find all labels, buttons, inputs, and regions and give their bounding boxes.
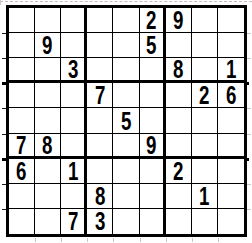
cell-r7c7[interactable]: 2 xyxy=(166,159,192,184)
cell-r2c9[interactable] xyxy=(218,33,244,58)
col-gridline-tick-bottom xyxy=(166,238,167,242)
cell-r1c5[interactable] xyxy=(113,8,139,33)
cell-r4c8[interactable]: 2 xyxy=(192,83,218,108)
given-digit: 8 xyxy=(42,134,52,158)
cell-r7c5[interactable] xyxy=(113,159,139,184)
cell-r2c1[interactable] xyxy=(9,33,35,58)
cell-r6c1[interactable]: 7 xyxy=(9,134,35,159)
cell-r6c8[interactable] xyxy=(192,134,218,159)
given-digit: 6 xyxy=(16,159,26,184)
cell-r2c7[interactable] xyxy=(166,33,192,58)
cell-r9c2[interactable] xyxy=(35,209,61,234)
cell-r2c6[interactable]: 5 xyxy=(140,33,166,58)
given-digit: 2 xyxy=(199,83,209,108)
cell-r5c4[interactable] xyxy=(87,108,113,133)
row-gridline-tick-right xyxy=(247,134,251,135)
cell-r2c3[interactable] xyxy=(61,33,87,58)
cell-r5c3[interactable] xyxy=(61,108,87,133)
given-digit: 5 xyxy=(121,108,131,133)
cell-r5c9[interactable] xyxy=(218,108,244,133)
cell-r5c5[interactable]: 5 xyxy=(113,108,139,133)
cell-r9c4[interactable]: 3 xyxy=(87,209,113,234)
cell-r8c6[interactable] xyxy=(140,184,166,209)
given-digit: 3 xyxy=(95,209,105,234)
cell-r4c6[interactable] xyxy=(140,83,166,108)
cell-r4c5[interactable] xyxy=(113,83,139,108)
cell-r8c5[interactable] xyxy=(113,184,139,209)
cell-r2c4[interactable] xyxy=(87,33,113,58)
cell-r7c9[interactable] xyxy=(218,159,244,184)
row-gridline-tick-right xyxy=(247,184,251,185)
cell-r1c3[interactable] xyxy=(61,8,87,33)
given-digit: 5 xyxy=(146,33,156,58)
cell-r5c8[interactable] xyxy=(192,108,218,133)
cell-r3c8[interactable] xyxy=(192,58,218,83)
given-digit: 1 xyxy=(199,184,209,209)
cell-r4c2[interactable] xyxy=(35,83,61,108)
row-gridline-tick-left xyxy=(2,209,6,210)
col-gridline-tick-bottom xyxy=(140,238,141,242)
sudoku-board: 299538172657896128173 xyxy=(6,5,247,237)
given-digit: 1 xyxy=(68,159,78,184)
given-digit: 6 xyxy=(226,83,236,108)
given-digit: 2 xyxy=(173,159,183,184)
row-gridline-tick-right xyxy=(247,158,249,161)
row-gridline-tick-left xyxy=(2,82,6,85)
corner-gridline-tick xyxy=(0,0,1,5)
cell-r1c4[interactable] xyxy=(87,8,113,33)
cell-r1c2[interactable] xyxy=(35,8,61,33)
row-gridline-tick-right xyxy=(247,108,251,109)
sudoku-page: 299538172657896128173 xyxy=(0,0,252,243)
cell-r6c6[interactable]: 9 xyxy=(140,134,166,159)
col-gridline-tick-bottom xyxy=(61,238,62,242)
cell-r5c6[interactable] xyxy=(140,108,166,133)
col-gridline-tick-bottom xyxy=(218,238,219,242)
cell-r9c6[interactable] xyxy=(140,209,166,234)
cell-r7c2[interactable] xyxy=(35,159,61,184)
cell-r9c5[interactable] xyxy=(113,209,139,234)
top-dashed-gridline xyxy=(0,1,252,2)
col-gridline-tick-bottom xyxy=(87,238,88,242)
col-gridline-tick-bottom xyxy=(113,238,114,242)
row-gridline-tick-right xyxy=(247,82,249,85)
cell-r8c3[interactable] xyxy=(61,184,87,209)
cell-r4c7[interactable] xyxy=(166,83,192,108)
cell-r6c3[interactable] xyxy=(61,134,87,159)
cell-r9c9[interactable] xyxy=(218,209,244,234)
cell-r4c3[interactable] xyxy=(61,83,87,108)
row-gridline-tick-right xyxy=(247,58,251,59)
cell-r7c3[interactable]: 1 xyxy=(61,159,87,184)
cell-r5c1[interactable] xyxy=(9,108,35,133)
cell-r8c1[interactable] xyxy=(9,184,35,209)
cell-r3c4[interactable] xyxy=(87,58,113,83)
cell-r9c1[interactable] xyxy=(9,209,35,234)
cell-r3c6[interactable] xyxy=(140,58,166,83)
cell-r8c8[interactable]: 1 xyxy=(192,184,218,209)
row-gridline-tick-left xyxy=(2,108,6,109)
given-digit: 8 xyxy=(173,58,183,82)
row-gridline-tick-left xyxy=(2,33,6,34)
given-digit: 1 xyxy=(226,58,236,82)
cell-r8c4[interactable]: 8 xyxy=(87,184,113,209)
cell-r6c5[interactable] xyxy=(113,134,139,159)
cell-r6c2[interactable]: 8 xyxy=(35,134,61,159)
row-gridline-tick-left xyxy=(2,158,6,161)
cell-r4c4[interactable]: 7 xyxy=(87,83,113,108)
given-digit: 7 xyxy=(16,134,26,158)
cell-r6c9[interactable] xyxy=(218,134,244,159)
given-digit: 9 xyxy=(173,8,183,33)
cell-r1c1[interactable] xyxy=(9,8,35,33)
cell-r3c7[interactable]: 8 xyxy=(166,58,192,83)
cell-r5c2[interactable] xyxy=(35,108,61,133)
cell-r6c4[interactable] xyxy=(87,134,113,159)
col-gridline-tick-bottom xyxy=(192,238,193,242)
cell-r3c3[interactable]: 3 xyxy=(61,58,87,83)
cell-r9c8[interactable] xyxy=(192,209,218,234)
col-gridline-tick-bottom xyxy=(35,238,36,242)
cell-r3c1[interactable] xyxy=(9,58,35,83)
row-gridline-tick-right xyxy=(247,209,251,210)
cell-r6c7[interactable] xyxy=(166,134,192,159)
cell-r2c8[interactable] xyxy=(192,33,218,58)
given-digit: 9 xyxy=(146,134,156,158)
cell-r4c1[interactable] xyxy=(9,83,35,108)
cell-r7c1[interactable]: 6 xyxy=(9,159,35,184)
row-gridline-tick-left xyxy=(2,134,6,135)
given-digit: 3 xyxy=(68,58,78,82)
cell-r4c9[interactable]: 6 xyxy=(218,83,244,108)
cell-r9c3[interactable]: 7 xyxy=(61,209,87,234)
cell-r7c4[interactable] xyxy=(87,159,113,184)
cell-r9c7[interactable] xyxy=(166,209,192,234)
cell-r8c2[interactable] xyxy=(35,184,61,209)
cell-r2c2[interactable]: 9 xyxy=(35,33,61,58)
row-gridline-tick-right xyxy=(247,33,251,34)
given-digit: 7 xyxy=(95,83,105,108)
cell-r5c7[interactable] xyxy=(166,108,192,133)
cell-r8c9[interactable] xyxy=(218,184,244,209)
cell-r1c9[interactable] xyxy=(218,8,244,33)
cell-r3c2[interactable] xyxy=(35,58,61,83)
cell-r1c8[interactable] xyxy=(192,8,218,33)
row-gridline-tick-left xyxy=(2,184,6,185)
cell-r1c7[interactable]: 9 xyxy=(166,8,192,33)
cell-r2c5[interactable] xyxy=(113,33,139,58)
given-digit: 8 xyxy=(95,184,105,209)
cell-r7c6[interactable] xyxy=(140,159,166,184)
given-digit: 9 xyxy=(42,33,52,58)
cell-r7c8[interactable] xyxy=(192,159,218,184)
cell-r3c5[interactable] xyxy=(113,58,139,83)
cell-r8c7[interactable] xyxy=(166,184,192,209)
given-digit: 7 xyxy=(68,209,78,234)
cell-r3c9[interactable]: 1 xyxy=(218,58,244,83)
row-gridline-tick-left xyxy=(2,58,6,59)
given-digit: 2 xyxy=(146,8,156,33)
cell-r1c6[interactable]: 2 xyxy=(140,8,166,33)
